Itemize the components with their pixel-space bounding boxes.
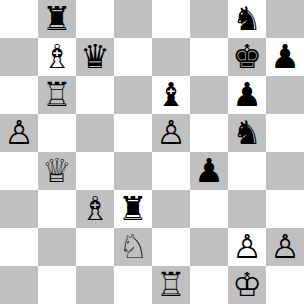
square-a6[interactable] (0, 76, 38, 114)
square-f4[interactable]: ♟ (190, 152, 228, 190)
square-a3[interactable] (0, 190, 38, 228)
square-a1[interactable] (0, 266, 38, 304)
square-c6[interactable] (76, 76, 114, 114)
square-d8[interactable] (114, 0, 152, 38)
square-b1[interactable] (38, 266, 76, 304)
square-c2[interactable] (76, 228, 114, 266)
square-a7[interactable] (0, 38, 38, 76)
chess-board: ♜♞♗♛♚♟♖♝♟♙♙♞♕♟♗♜♘♙♙♖♔ (0, 0, 304, 304)
square-f7[interactable] (190, 38, 228, 76)
black-pawn-piece: ♟ (194, 152, 224, 190)
square-e5[interactable]: ♙ (152, 114, 190, 152)
square-a8[interactable] (0, 0, 38, 38)
square-a4[interactable] (0, 152, 38, 190)
square-e6[interactable]: ♝ (152, 76, 190, 114)
square-h2[interactable]: ♙ (266, 228, 304, 266)
square-b5[interactable] (38, 114, 76, 152)
square-f8[interactable] (190, 0, 228, 38)
square-e3[interactable] (152, 190, 190, 228)
black-rook-piece: ♜ (118, 190, 148, 228)
square-c7[interactable]: ♛ (76, 38, 114, 76)
white-pawn-piece: ♙ (4, 114, 34, 152)
square-g6[interactable]: ♟ (228, 76, 266, 114)
white-king-piece: ♔ (232, 266, 262, 304)
square-g7[interactable]: ♚ (228, 38, 266, 76)
white-bishop-piece: ♗ (80, 190, 110, 228)
black-knight-piece: ♞ (232, 0, 262, 38)
square-d7[interactable] (114, 38, 152, 76)
square-e7[interactable] (152, 38, 190, 76)
square-d4[interactable] (114, 152, 152, 190)
white-pawn-piece: ♙ (156, 114, 186, 152)
square-b3[interactable] (38, 190, 76, 228)
square-h5[interactable] (266, 114, 304, 152)
square-g3[interactable] (228, 190, 266, 228)
square-f2[interactable] (190, 228, 228, 266)
square-c8[interactable] (76, 0, 114, 38)
square-g2[interactable]: ♙ (228, 228, 266, 266)
square-g4[interactable] (228, 152, 266, 190)
square-c3[interactable]: ♗ (76, 190, 114, 228)
white-knight-piece: ♘ (118, 228, 148, 266)
square-d5[interactable] (114, 114, 152, 152)
square-b2[interactable] (38, 228, 76, 266)
black-knight-piece: ♞ (232, 114, 262, 152)
black-king-piece: ♚ (232, 38, 262, 76)
square-a2[interactable] (0, 228, 38, 266)
square-d3[interactable]: ♜ (114, 190, 152, 228)
square-c4[interactable] (76, 152, 114, 190)
square-g1[interactable]: ♔ (228, 266, 266, 304)
square-f3[interactable] (190, 190, 228, 228)
square-e1[interactable]: ♖ (152, 266, 190, 304)
square-d6[interactable] (114, 76, 152, 114)
square-g5[interactable]: ♞ (228, 114, 266, 152)
square-h4[interactable] (266, 152, 304, 190)
square-h3[interactable] (266, 190, 304, 228)
white-pawn-piece: ♙ (232, 228, 262, 266)
square-h6[interactable] (266, 76, 304, 114)
square-f6[interactable] (190, 76, 228, 114)
black-bishop-piece: ♝ (156, 76, 186, 114)
square-d2[interactable]: ♘ (114, 228, 152, 266)
square-h8[interactable] (266, 0, 304, 38)
white-rook-piece: ♖ (156, 266, 186, 304)
square-h7[interactable]: ♟ (266, 38, 304, 76)
square-f1[interactable] (190, 266, 228, 304)
square-e2[interactable] (152, 228, 190, 266)
black-rook-piece: ♜ (42, 0, 72, 38)
square-b6[interactable]: ♖ (38, 76, 76, 114)
square-a5[interactable]: ♙ (0, 114, 38, 152)
square-b8[interactable]: ♜ (38, 0, 76, 38)
black-pawn-piece: ♟ (270, 38, 300, 76)
white-rook-piece: ♖ (42, 76, 72, 114)
square-e4[interactable] (152, 152, 190, 190)
square-c1[interactable] (76, 266, 114, 304)
white-bishop-piece: ♗ (42, 38, 72, 76)
square-b7[interactable]: ♗ (38, 38, 76, 76)
black-queen-piece: ♛ (80, 38, 110, 76)
white-pawn-piece: ♙ (270, 228, 300, 266)
square-f5[interactable] (190, 114, 228, 152)
square-c5[interactable] (76, 114, 114, 152)
square-h1[interactable] (266, 266, 304, 304)
square-e8[interactable] (152, 0, 190, 38)
square-g8[interactable]: ♞ (228, 0, 266, 38)
square-d1[interactable] (114, 266, 152, 304)
white-queen-piece: ♕ (42, 152, 72, 190)
square-b4[interactable]: ♕ (38, 152, 76, 190)
black-pawn-piece: ♟ (232, 76, 262, 114)
